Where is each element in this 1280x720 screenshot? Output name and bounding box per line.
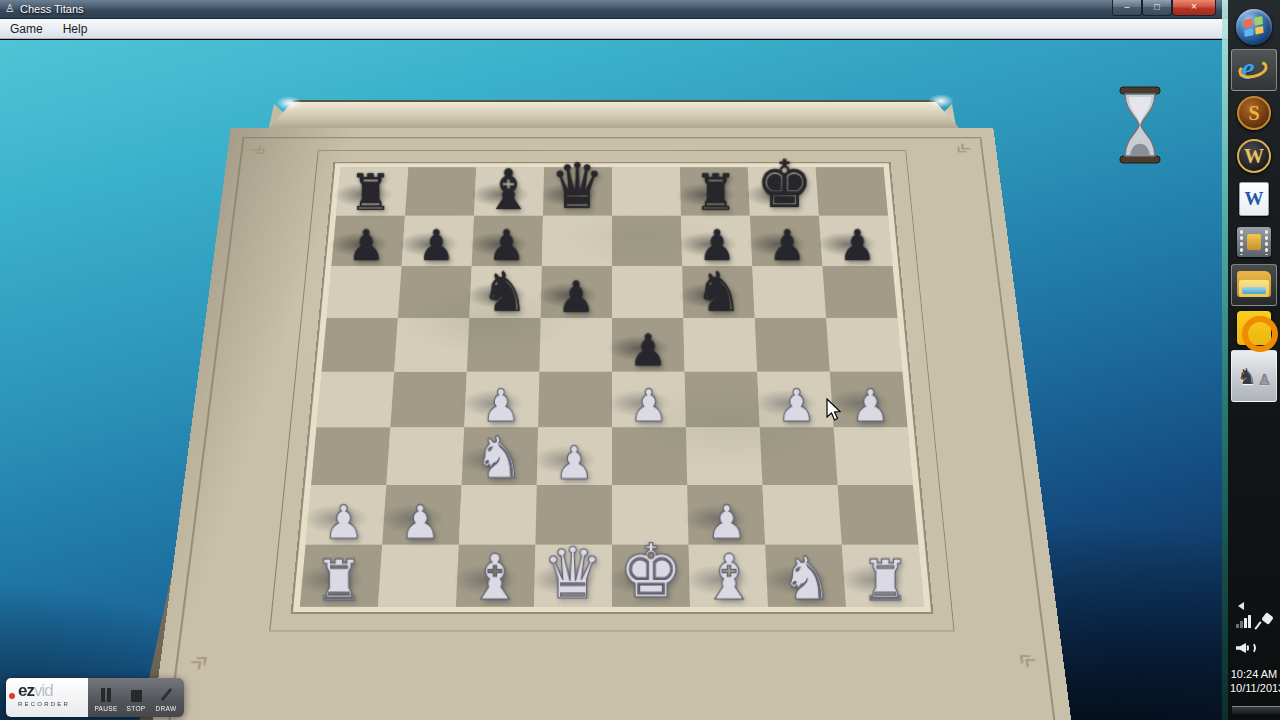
piece-shadow	[296, 564, 367, 595]
menu-help[interactable]: Help	[53, 20, 98, 38]
square-c8[interactable]: ♝	[474, 167, 544, 216]
piece-shadow	[470, 183, 531, 207]
square-f5[interactable]	[683, 318, 757, 372]
ezvid-app-icon	[1237, 311, 1271, 345]
recorder-buttons: PAUSE STOP DRAW	[88, 678, 184, 717]
board-perspective: » » » » ♜♝♛♜♚♟♟♟♟♟♟♞♟♞♟♟♟♟♟♞♟♟♟♟♜♝♛♚♝♞♜	[0, 128, 1228, 720]
black-pawn-g7[interactable]: ♟	[724, 227, 850, 266]
square-g3[interactable]	[760, 427, 838, 485]
app-icon: ♙	[3, 2, 17, 16]
square-d6[interactable]: ♟	[541, 266, 612, 318]
light-glint	[276, 96, 302, 110]
chess-table: » » » » ♜♝♛♜♚♟♟♟♟♟♟♞♟♞♟♟♟♟♟♞♟♟♟♟♜♝♛♚♝♞♜	[132, 128, 1091, 720]
square-e7[interactable]	[612, 216, 682, 266]
square-g1[interactable]: ♞	[765, 545, 846, 607]
game-s-app-icon: S	[1237, 96, 1271, 130]
square-f6[interactable]: ♞	[682, 266, 755, 318]
brand-recorder: RECORDER	[18, 701, 82, 707]
chess-titans-window: ♙ Chess Titans – □ × Game Help » »	[0, 0, 1228, 720]
square-b2[interactable]: ♟	[382, 485, 461, 545]
stop-button[interactable]: STOP	[122, 681, 150, 714]
white-pawn-a2[interactable]: ♟	[275, 502, 413, 544]
white-pawn-d3[interactable]: ♟	[507, 443, 642, 485]
pause-button[interactable]: PAUSE	[92, 681, 120, 714]
square-f1[interactable]: ♝	[689, 545, 768, 607]
black-rook-a8[interactable]: ♜	[308, 170, 432, 216]
light-glint	[928, 94, 954, 108]
white-pawn-f2[interactable]: ♟	[658, 502, 796, 544]
piece-shadow	[327, 232, 390, 257]
screen: ♙ Chess Titans – □ × Game Help » »	[0, 0, 1280, 720]
pause-icon	[101, 688, 111, 702]
internet-explorer-icon: e	[1237, 53, 1271, 87]
draw-button[interactable]: DRAW	[152, 681, 180, 714]
square-c3[interactable]: ♞	[462, 427, 539, 485]
white-knight-c3[interactable]: ♞	[431, 432, 566, 485]
square-d3[interactable]: ♟	[537, 427, 612, 485]
start-button-icon	[1236, 9, 1272, 45]
white-pawn-e4[interactable]: ♟	[582, 386, 715, 427]
menu-bar: Game Help	[0, 19, 1228, 39]
mouse-cursor	[826, 398, 842, 422]
piece-shadow	[460, 389, 526, 417]
piece-shadow	[378, 504, 447, 534]
black-bishop-c8[interactable]: ♝	[446, 165, 570, 216]
piece-shadow	[301, 504, 370, 534]
black-pawn-h7[interactable]: ♟	[794, 227, 920, 266]
piece-shadow	[529, 564, 598, 595]
black-rook-f8[interactable]: ♜	[653, 170, 777, 216]
white-bishop-c1[interactable]: ♝	[425, 549, 566, 607]
piece-shadow	[607, 564, 675, 595]
square-h1[interactable]: ♜	[842, 545, 924, 607]
square-a8[interactable]: ♜	[336, 167, 408, 216]
brand-ez: ez	[18, 681, 34, 700]
window-title: Chess Titans	[20, 3, 84, 15]
explorer-folder-icon	[1237, 271, 1271, 299]
piece-shadow	[532, 446, 598, 475]
square-c7[interactable]: ♟	[472, 216, 543, 266]
square-e4[interactable]: ♟	[612, 372, 686, 428]
square-h6[interactable]	[822, 266, 897, 318]
movie-maker-app-icon	[1237, 227, 1271, 257]
piece-shadow	[753, 389, 819, 417]
black-pawn-a7[interactable]: ♟	[303, 227, 429, 266]
piece-shadow	[467, 232, 529, 257]
taskbar-item-explorer-folder[interactable]	[1231, 264, 1277, 306]
piece-shadow	[744, 183, 806, 207]
square-c5[interactable]	[467, 318, 541, 372]
window-controls: – □ ×	[1112, 0, 1216, 16]
square-d7[interactable]	[542, 216, 612, 266]
maximize-button[interactable]: □	[1142, 0, 1172, 16]
white-rook-h1[interactable]: ♜	[815, 555, 956, 607]
piece-shadow	[678, 282, 741, 308]
black-pawn-b7[interactable]: ♟	[373, 227, 499, 266]
square-a6[interactable]	[327, 266, 402, 318]
brand-vid: vid	[34, 681, 53, 700]
black-knight-f6[interactable]: ♞	[655, 268, 784, 318]
square-b4[interactable]	[390, 372, 466, 428]
taskbar-item-game-s-app[interactable]: S	[1231, 92, 1277, 134]
draw-pencil-icon	[160, 688, 172, 701]
piece-shadow	[457, 446, 524, 475]
square-f3[interactable]	[686, 427, 763, 485]
piece-shadow	[676, 183, 737, 207]
word-app-icon: W	[1239, 182, 1269, 216]
corner-motif: »	[179, 644, 219, 678]
volume-icon[interactable]	[1236, 640, 1258, 656]
record-dot-icon	[9, 693, 15, 699]
square-a4[interactable]	[316, 372, 394, 428]
square-e8[interactable]	[612, 167, 681, 216]
clock-date[interactable]: 10/11/2013	[1228, 682, 1280, 694]
game-scene: » » » » ♜♝♛♜♚♟♟♟♟♟♟♞♟♞♟♟♟♟♟♞♟♟♟♟♜♝♛♚♝♞♜	[0, 40, 1228, 720]
white-pawn-h4[interactable]: ♟	[804, 386, 937, 427]
square-e6[interactable]	[612, 266, 683, 318]
square-h7[interactable]: ♟	[819, 216, 893, 266]
black-pawn-c7[interactable]: ♟	[444, 227, 570, 266]
ezvid-logo: ezvid RECORDER	[6, 678, 88, 717]
black-king-g8[interactable]: ♚	[722, 155, 846, 215]
square-d2[interactable]	[535, 485, 612, 545]
square-f7[interactable]: ♟	[681, 216, 752, 266]
white-knight-g1[interactable]: ♞	[737, 552, 878, 607]
white-bishop-f1[interactable]: ♝	[659, 549, 800, 607]
black-queen-d8[interactable]: ♛	[515, 158, 639, 216]
hidden-icons-arrow[interactable]	[1238, 602, 1244, 610]
table-inlay-border	[150, 137, 1073, 720]
piece-shadow	[815, 232, 878, 257]
piece-shadow	[332, 183, 394, 207]
square-f2[interactable]: ♟	[687, 485, 765, 545]
black-pawn-e5[interactable]: ♟	[583, 331, 714, 371]
square-b3[interactable]	[386, 427, 464, 485]
square-b8[interactable]	[405, 167, 476, 216]
piece-shadow	[746, 232, 809, 257]
black-pawn-d6[interactable]: ♟	[512, 278, 640, 318]
menu-game[interactable]: Game	[0, 20, 53, 38]
square-g7[interactable]: ♟	[750, 216, 822, 266]
square-d8[interactable]: ♛	[543, 167, 612, 216]
white-king-e1[interactable]: ♚	[581, 539, 722, 607]
board-inlay-border	[269, 150, 955, 631]
square-c4[interactable]: ♟	[464, 372, 539, 428]
piece-shadow	[683, 504, 751, 534]
square-d5[interactable]	[539, 318, 612, 372]
piece-shadow	[838, 564, 909, 595]
square-e3[interactable]	[612, 427, 687, 485]
square-f8[interactable]: ♜	[680, 167, 750, 216]
taskbar-item-word-app[interactable]: W	[1231, 178, 1277, 220]
square-h8[interactable]	[816, 167, 888, 216]
piece-shadow	[536, 282, 599, 308]
square-d4[interactable]	[538, 372, 612, 428]
white-queen-d1[interactable]: ♛	[503, 542, 644, 607]
black-knight-c6[interactable]: ♞	[441, 268, 570, 318]
taskbar: eSWW♞♟ 10:24 AM 10/11/2013	[1228, 0, 1280, 720]
white-rook-a1[interactable]: ♜	[268, 555, 409, 607]
square-b1[interactable]	[378, 545, 459, 607]
square-c1[interactable]: ♝	[456, 545, 535, 607]
chess-titans-app-icon: ♞♟	[1237, 364, 1271, 389]
hourglass-busy-icon	[1116, 85, 1164, 165]
square-a1[interactable]: ♜	[300, 545, 382, 607]
close-button[interactable]: ×	[1172, 0, 1216, 16]
title-bar[interactable]: ♙ Chess Titans – □ ×	[0, 0, 1228, 19]
piece-shadow	[677, 232, 739, 257]
taskbar-item-start-button[interactable]	[1231, 6, 1277, 48]
black-pawn-f7[interactable]: ♟	[654, 227, 780, 266]
square-e5[interactable]: ♟	[612, 318, 685, 372]
piece-shadow	[684, 564, 753, 595]
square-g8[interactable]: ♚	[748, 167, 819, 216]
wow-app-icon: W	[1237, 139, 1271, 173]
square-c6[interactable]: ♞	[469, 266, 542, 318]
white-pawn-b2[interactable]: ♟	[351, 502, 489, 544]
square-f4[interactable]	[685, 372, 760, 428]
square-b7[interactable]: ♟	[402, 216, 474, 266]
corner-motif: »	[945, 137, 981, 162]
chess-board: ♜♝♛♜♚♟♟♟♟♟♟♞♟♞♟♟♟♟♟♞♟♟♟♟♜♝♛♚♝♞♜	[300, 167, 924, 606]
square-a2[interactable]: ♟	[306, 485, 387, 545]
square-g6[interactable]	[752, 266, 826, 318]
minimize-button[interactable]: –	[1112, 0, 1142, 16]
white-pawn-c4[interactable]: ♟	[435, 386, 568, 427]
corner-motif: »	[243, 137, 279, 162]
table-right-face	[0, 40, 1228, 720]
square-a7[interactable]: ♟	[331, 216, 405, 266]
ezvid-recorder-bar: ezvid RECORDER PAUSE STOP DRAW	[6, 678, 184, 717]
piece-shadow	[607, 335, 671, 362]
square-h2[interactable]	[838, 485, 919, 545]
piece-shadow	[451, 564, 520, 595]
piece-shadow	[607, 389, 672, 417]
taskbar-item-ezvid-app[interactable]	[1231, 307, 1277, 349]
table-left-face	[0, 40, 1228, 720]
taskbar-item-internet-explorer[interactable]: e	[1231, 49, 1277, 91]
square-h5[interactable]	[826, 318, 902, 372]
square-c2[interactable]	[459, 485, 537, 545]
square-e2[interactable]	[612, 485, 689, 545]
square-d1[interactable]: ♛	[534, 545, 612, 607]
square-g5[interactable]	[755, 318, 830, 372]
piece-shadow	[465, 282, 528, 308]
piece-shadow	[397, 232, 460, 257]
piece-shadow	[761, 564, 831, 595]
square-e1[interactable]: ♚	[612, 545, 690, 607]
square-b5[interactable]	[394, 318, 469, 372]
square-a3[interactable]	[311, 427, 390, 485]
pin-icon[interactable]	[1256, 614, 1272, 630]
square-g4[interactable]: ♟	[757, 372, 833, 428]
clock-time[interactable]: 10:24 AM	[1228, 668, 1280, 680]
corner-motif: »	[1005, 644, 1045, 678]
square-h3[interactable]	[834, 427, 913, 485]
taskbar-item-movie-maker-app[interactable]	[1231, 221, 1277, 263]
square-a5[interactable]	[322, 318, 398, 372]
stop-icon	[131, 690, 142, 702]
network-icon[interactable]	[1236, 615, 1251, 628]
show-desktop-button[interactable]	[1232, 706, 1280, 714]
table-far-edge	[268, 100, 960, 129]
piece-shadow	[539, 183, 600, 207]
square-g2[interactable]	[762, 485, 841, 545]
square-b6[interactable]	[398, 266, 472, 318]
taskbar-item-wow-app[interactable]: W	[1231, 135, 1277, 177]
taskbar-item-chess-titans-app[interactable]: ♞♟	[1231, 350, 1277, 402]
white-pawn-g4[interactable]: ♟	[730, 386, 863, 427]
